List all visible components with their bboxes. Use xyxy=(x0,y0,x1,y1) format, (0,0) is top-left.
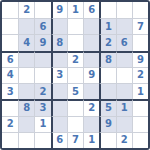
cell-given-r4c5[interactable]: 2 xyxy=(67,51,83,67)
cell-empty-r6c4[interactable] xyxy=(51,83,67,99)
cell-empty-r5c3[interactable] xyxy=(34,67,50,83)
cell-empty-r1c9[interactable] xyxy=(132,2,148,18)
cell-empty-r6c8[interactable] xyxy=(116,83,132,99)
cell-empty-r5c2[interactable] xyxy=(18,67,34,83)
cell-given-r9c6[interactable]: 1 xyxy=(83,132,99,148)
cell-empty-r4c2[interactable] xyxy=(18,51,34,67)
cell-empty-r9c3[interactable] xyxy=(34,132,50,148)
cell-given-r3c3[interactable]: 9 xyxy=(34,34,50,50)
cell-empty-r8c4[interactable] xyxy=(51,116,67,132)
cell-given-r6c5[interactable]: 5 xyxy=(67,83,83,99)
cell-given-r3c7[interactable]: 2 xyxy=(99,34,115,50)
cell-empty-r8c8[interactable] xyxy=(116,116,132,132)
cell-empty-r6c7[interactable] xyxy=(99,83,115,99)
cell-given-r8c1[interactable]: 2 xyxy=(2,116,18,132)
sudoku-board: 291661749826628943923251832512196712 xyxy=(0,0,150,150)
cell-given-r2c9[interactable]: 7 xyxy=(132,18,148,34)
cell-given-r5c1[interactable]: 4 xyxy=(2,67,18,83)
cell-given-r1c5[interactable]: 1 xyxy=(67,2,83,18)
cell-empty-r8c6[interactable] xyxy=(83,116,99,132)
cell-empty-r9c9[interactable] xyxy=(132,132,148,148)
cell-given-r2c7[interactable]: 1 xyxy=(99,18,115,34)
cell-empty-r4c8[interactable] xyxy=(116,51,132,67)
cell-empty-r2c1[interactable] xyxy=(2,18,18,34)
cell-empty-r5c5[interactable] xyxy=(67,67,83,83)
cell-given-r7c7[interactable]: 5 xyxy=(99,99,115,115)
cell-empty-r1c7[interactable] xyxy=(99,2,115,18)
cell-given-r8c3[interactable]: 1 xyxy=(34,116,50,132)
cell-given-r7c8[interactable]: 1 xyxy=(116,99,132,115)
cell-given-r3c4[interactable]: 8 xyxy=(51,34,67,50)
cell-empty-r5c7[interactable] xyxy=(99,67,115,83)
cell-empty-r8c5[interactable] xyxy=(67,116,83,132)
cell-given-r7c3[interactable]: 3 xyxy=(34,99,50,115)
cell-empty-r8c2[interactable] xyxy=(18,116,34,132)
cell-given-r9c4[interactable]: 6 xyxy=(51,132,67,148)
cell-given-r1c4[interactable]: 9 xyxy=(51,2,67,18)
cell-given-r7c2[interactable]: 8 xyxy=(18,99,34,115)
cell-empty-r9c7[interactable] xyxy=(99,132,115,148)
cell-given-r4c1[interactable]: 6 xyxy=(2,51,18,67)
cell-empty-r7c4[interactable] xyxy=(51,99,67,115)
cell-empty-r2c2[interactable] xyxy=(18,18,34,34)
cell-empty-r6c2[interactable] xyxy=(18,83,34,99)
cell-given-r9c5[interactable]: 7 xyxy=(67,132,83,148)
cell-empty-r3c5[interactable] xyxy=(67,34,83,50)
cell-empty-r6c6[interactable] xyxy=(83,83,99,99)
cell-empty-r9c1[interactable] xyxy=(2,132,18,148)
cell-given-r5c4[interactable]: 3 xyxy=(51,67,67,83)
cell-empty-r2c5[interactable] xyxy=(67,18,83,34)
cell-empty-r9c2[interactable] xyxy=(18,132,34,148)
cell-given-r6c3[interactable]: 2 xyxy=(34,83,50,99)
cell-given-r7c6[interactable]: 2 xyxy=(83,99,99,115)
cell-given-r1c6[interactable]: 6 xyxy=(83,2,99,18)
cell-empty-r4c3[interactable] xyxy=(34,51,50,67)
cell-empty-r7c9[interactable] xyxy=(132,99,148,115)
cell-empty-r4c6[interactable] xyxy=(83,51,99,67)
cell-empty-r1c3[interactable] xyxy=(34,2,50,18)
cell-given-r3c2[interactable]: 4 xyxy=(18,34,34,50)
cell-given-r5c9[interactable]: 2 xyxy=(132,67,148,83)
cell-empty-r2c4[interactable] xyxy=(51,18,67,34)
cell-given-r4c7[interactable]: 8 xyxy=(99,51,115,67)
cell-given-r4c9[interactable]: 9 xyxy=(132,51,148,67)
cell-empty-r3c1[interactable] xyxy=(2,34,18,50)
cell-empty-r7c5[interactable] xyxy=(67,99,83,115)
cell-given-r9c8[interactable]: 2 xyxy=(116,132,132,148)
cell-empty-r1c1[interactable] xyxy=(2,2,18,18)
cell-empty-r1c8[interactable] xyxy=(116,2,132,18)
cell-empty-r7c1[interactable] xyxy=(2,99,18,115)
cell-empty-r2c6[interactable] xyxy=(83,18,99,34)
cell-given-r8c7[interactable]: 9 xyxy=(99,116,115,132)
cell-given-r6c9[interactable]: 1 xyxy=(132,83,148,99)
cell-empty-r4c4[interactable] xyxy=(51,51,67,67)
cell-empty-r3c6[interactable] xyxy=(83,34,99,50)
cell-given-r1c2[interactable]: 2 xyxy=(18,2,34,18)
cell-empty-r5c8[interactable] xyxy=(116,67,132,83)
cell-empty-r3c9[interactable] xyxy=(132,34,148,50)
cell-empty-r2c8[interactable] xyxy=(116,18,132,34)
cell-given-r2c3[interactable]: 6 xyxy=(34,18,50,34)
cell-given-r5c6[interactable]: 9 xyxy=(83,67,99,83)
cell-given-r3c8[interactable]: 6 xyxy=(116,34,132,50)
cell-given-r6c1[interactable]: 3 xyxy=(2,83,18,99)
cell-empty-r8c9[interactable] xyxy=(132,116,148,132)
